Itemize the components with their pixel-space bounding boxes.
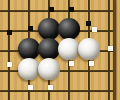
go-board[interactable]: ●●●●●●●●	[0, 0, 120, 100]
black-territory-marker	[86, 21, 92, 27]
white-territory-marker	[28, 85, 34, 91]
black-territory-marker	[49, 7, 55, 13]
black-territory-marker	[28, 26, 34, 32]
white-territory-marker	[69, 61, 75, 67]
white-territory-marker	[7, 62, 13, 68]
black-territory-marker	[69, 7, 75, 13]
white-territory-marker	[92, 27, 98, 33]
white-territory-marker	[108, 46, 114, 52]
white-stone: ●	[18, 58, 40, 80]
white-stone: ●	[78, 38, 100, 60]
white-territory-marker	[89, 61, 95, 67]
black-territory-marker	[7, 30, 13, 36]
white-territory-marker	[48, 85, 54, 91]
white-stone: ●	[58, 38, 80, 60]
white-stone: ●	[38, 58, 60, 80]
